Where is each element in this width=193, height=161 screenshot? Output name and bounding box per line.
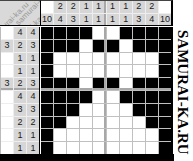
- row-clue: 4: [14, 91, 26, 103]
- board-cell-r2c10[interactable]: [159, 40, 171, 52]
- col-clue: 2: [133, 1, 145, 13]
- board-cell-r4c7[interactable]: [120, 65, 132, 77]
- row-clue: 3: [14, 104, 26, 116]
- board-cell-r3c6[interactable]: [107, 53, 119, 65]
- board-cell-r10c5[interactable]: [93, 142, 105, 154]
- board-cell-r9c3[interactable]: [67, 129, 79, 141]
- board-cell-r10c10[interactable]: [159, 142, 171, 154]
- board-cell-r7c10[interactable]: [159, 104, 171, 116]
- col-clue: 10: [159, 14, 171, 26]
- board-cell-r1c7[interactable]: [120, 27, 132, 39]
- row-clue: 4: [27, 27, 39, 39]
- board-cell-r2c1[interactable]: [41, 40, 53, 52]
- board-cell-r5c3[interactable]: [67, 78, 79, 90]
- board-cell-r5c9[interactable]: [146, 78, 158, 90]
- board-cell-r3c7[interactable]: [120, 53, 132, 65]
- board-cell-r2c7[interactable]: [120, 40, 132, 52]
- corner-watermark: samurai-ka.ru samurai-ka.ru samurai-ka.r…: [0, 0, 40, 26]
- col-clue: 2: [54, 1, 66, 13]
- row-clue: 4: [14, 27, 26, 39]
- board-cell-r5c10[interactable]: [159, 78, 171, 90]
- board-cell-r6c5[interactable]: [93, 91, 105, 103]
- board-cell-r9c6[interactable]: [107, 129, 119, 141]
- board-cell-r5c6[interactable]: [107, 78, 119, 90]
- board-cell-r8c1[interactable]: [41, 117, 53, 129]
- board-cell-r1c10[interactable]: [159, 27, 171, 39]
- row-clue: [1, 27, 13, 39]
- board-cell-r5c2[interactable]: [54, 78, 66, 90]
- nonogram-puzzle: samurai-ka.ru samurai-ka.ru samurai-ka.r…: [0, 0, 193, 161]
- col-clue: 10: [41, 14, 53, 26]
- board-cell-r1c1[interactable]: [41, 27, 53, 39]
- row-clue: 1: [14, 65, 26, 77]
- row-clue: [1, 142, 13, 154]
- row-clue: 3: [27, 40, 39, 52]
- row-clue: [1, 117, 13, 129]
- board-cell-r5c4[interactable]: [80, 78, 92, 90]
- board-cell-r10c1[interactable]: [41, 142, 53, 154]
- board-cell-r2c5[interactable]: [93, 40, 105, 52]
- board-cell-r7c2[interactable]: [54, 104, 66, 116]
- row-clue: [1, 65, 13, 77]
- row-clue: 3: [27, 104, 39, 116]
- board-cell-r9c9[interactable]: [146, 129, 158, 141]
- row-clue: [1, 129, 13, 141]
- row-clue: 1: [14, 142, 26, 154]
- board-cell-r7c8[interactable]: [133, 104, 145, 116]
- row-clue: 1: [14, 53, 26, 65]
- col-clue: 1: [120, 1, 132, 13]
- col-clue: [41, 1, 53, 13]
- board-cell-r2c4[interactable]: [80, 40, 92, 52]
- col-clue: 1: [107, 14, 119, 26]
- board-cell-r8c2[interactable]: [54, 117, 66, 129]
- board-cell-r4c10[interactable]: [159, 65, 171, 77]
- board-cell-r10c9[interactable]: [146, 142, 158, 154]
- bottom-border: [0, 154, 174, 161]
- board-cell-r7c3[interactable]: [67, 104, 79, 116]
- board-cell-r9c10[interactable]: [159, 129, 171, 141]
- col-clue: 1: [93, 1, 105, 13]
- board-cell-r4c3[interactable]: [67, 65, 79, 77]
- board-cell-r3c4[interactable]: [80, 53, 92, 65]
- row-clue: 2: [27, 117, 39, 129]
- row-clue: [1, 53, 13, 65]
- board-cell-r1c8[interactable]: [133, 27, 145, 39]
- board-cell-r8c9[interactable]: [146, 117, 158, 129]
- row-clue: 3: [1, 40, 13, 52]
- board-cell-r10c8[interactable]: [133, 142, 145, 154]
- row-clue: 2: [14, 78, 26, 90]
- board-cell-r7c1[interactable]: [41, 104, 53, 116]
- row-clue: 2: [14, 40, 26, 52]
- board-cell-r2c3[interactable]: [67, 40, 79, 52]
- col-clue: [159, 1, 171, 13]
- board-cell-r4c8[interactable]: [133, 65, 145, 77]
- board-cell-r6c8[interactable]: [133, 91, 145, 103]
- board-cell-r6c3[interactable]: [67, 91, 79, 103]
- col-clue: 1: [120, 14, 132, 26]
- board-cell-r9c1[interactable]: [41, 129, 53, 141]
- board-cell-r3c2[interactable]: [54, 53, 66, 65]
- row-clue: 3: [1, 78, 13, 90]
- board-cell-r3c10[interactable]: [159, 53, 171, 65]
- board-cell-r5c8[interactable]: [133, 78, 145, 90]
- board-cell-r3c3[interactable]: [67, 53, 79, 65]
- col-clue: 1: [80, 14, 92, 26]
- board-cell-r1c2[interactable]: [54, 27, 66, 39]
- board-cell-r9c7[interactable]: [120, 129, 132, 141]
- board-cell-r2c2[interactable]: [54, 40, 66, 52]
- board-cell-r8c8[interactable]: [133, 117, 145, 129]
- row-clue: 4: [27, 91, 39, 103]
- row-clue: 1: [27, 65, 39, 77]
- col-clue: 1: [93, 14, 105, 26]
- row-clue: 2: [14, 117, 26, 129]
- board-cell-r1c9[interactable]: [146, 27, 158, 39]
- row-clues: 4432311113234433221111: [0, 27, 40, 154]
- board-cell-r4c5[interactable]: [93, 65, 105, 77]
- board-cell-r6c2[interactable]: [54, 91, 66, 103]
- board-cell-r5c7[interactable]: [120, 78, 132, 90]
- col-clue: 4: [146, 14, 158, 26]
- row-clue: 3: [27, 78, 39, 90]
- board-cell-r6c4[interactable]: [80, 91, 92, 103]
- board-cell-r8c6[interactable]: [107, 117, 119, 129]
- board-cell-r6c9[interactable]: [146, 91, 158, 103]
- board-cell-r4c6[interactable]: [107, 65, 119, 77]
- board-cell-r1c6[interactable]: [107, 27, 119, 39]
- board-cell-r3c9[interactable]: [146, 53, 158, 65]
- board-cell-r1c5[interactable]: [93, 27, 105, 39]
- row-clue: 1: [27, 142, 39, 154]
- board-cell-r7c6[interactable]: [107, 104, 119, 116]
- board-cell-r6c10[interactable]: [159, 91, 171, 103]
- board-cell-r4c2[interactable]: [54, 65, 66, 77]
- site-watermark-vertical: SAMURAI-KA.RU: [174, 30, 191, 155]
- row-clue: 1: [27, 129, 39, 141]
- board-cell-r1c4[interactable]: [80, 27, 92, 39]
- col-clue: 4: [54, 14, 66, 26]
- board-cell-r10c2[interactable]: [54, 142, 66, 154]
- board-cell-r7c5[interactable]: [93, 104, 105, 116]
- board-cell-r3c5[interactable]: [93, 53, 105, 65]
- board-cell-r5c5[interactable]: [93, 78, 105, 90]
- col-clue: 2: [146, 1, 158, 13]
- board-cell-r2c6[interactable]: [107, 40, 119, 52]
- board-cell-r3c1[interactable]: [41, 53, 53, 65]
- row-clue: 1: [14, 129, 26, 141]
- board-cell-r6c1[interactable]: [41, 91, 53, 103]
- board-cell-r10c3[interactable]: [67, 142, 79, 154]
- board-cell-r8c5[interactable]: [93, 117, 105, 129]
- row-clue: [1, 91, 13, 103]
- row-clue: [1, 104, 13, 116]
- board-cell-r9c5[interactable]: [93, 129, 105, 141]
- board-cell-r4c1[interactable]: [41, 65, 53, 77]
- board-cell-r10c6[interactable]: [107, 142, 119, 154]
- col-clue: 1: [80, 1, 92, 13]
- board-cell-r8c10[interactable]: [159, 117, 171, 129]
- board-cell-r7c7[interactable]: [120, 104, 132, 116]
- board-cell-r9c8[interactable]: [133, 129, 145, 141]
- board-cell-r9c2[interactable]: [54, 129, 66, 141]
- board-cell-r7c4[interactable]: [80, 104, 92, 116]
- board-cell-r7c9[interactable]: [146, 104, 158, 116]
- board-cell-r1c3[interactable]: [67, 27, 79, 39]
- board-cell-r8c4[interactable]: [80, 117, 92, 129]
- board-cell-r4c9[interactable]: [146, 65, 158, 77]
- board-cell-r8c3[interactable]: [67, 117, 79, 129]
- board-cell-r3c8[interactable]: [133, 53, 145, 65]
- board-cell-r6c6[interactable]: [107, 91, 119, 103]
- board-cell-r2c9[interactable]: [146, 40, 158, 52]
- board-cell-r10c7[interactable]: [120, 142, 132, 154]
- col-clue: 2: [67, 1, 79, 13]
- board-cell-r8c7[interactable]: [120, 117, 132, 129]
- col-clue: 3: [133, 14, 145, 26]
- row-clue: 1: [27, 53, 39, 65]
- board-cell-r10c4[interactable]: [80, 142, 92, 154]
- board-grid: [41, 27, 173, 154]
- board-cell-r6c7[interactable]: [120, 91, 132, 103]
- board-cell-r9c4[interactable]: [80, 129, 92, 141]
- right-watermark-strip: SAMURAI-KA.RU: [174, 0, 193, 161]
- col-clue: 3: [67, 14, 79, 26]
- col-clue: 1: [107, 1, 119, 13]
- column-clues: 22111122104311113410: [40, 0, 173, 26]
- board-cell-r5c1[interactable]: [41, 78, 53, 90]
- board-cell-r2c8[interactable]: [133, 40, 145, 52]
- board-cell-r4c4[interactable]: [80, 65, 92, 77]
